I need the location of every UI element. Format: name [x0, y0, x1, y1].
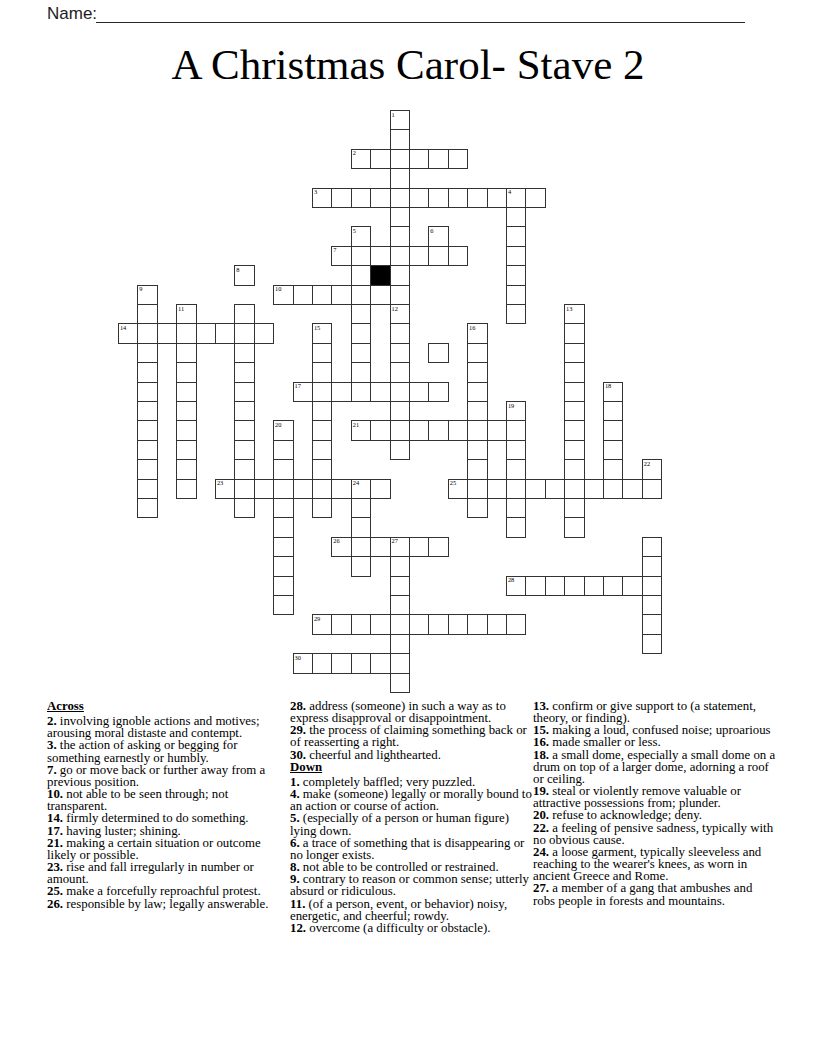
grid-cell[interactable]: 1	[390, 110, 410, 130]
grid-cell[interactable]: 4	[506, 188, 526, 208]
grid-cell[interactable]	[506, 226, 526, 246]
clue-across-2: 2. involving ignoble actions and motives…	[47, 715, 290, 739]
grid-cell[interactable]	[370, 382, 390, 402]
grid-cell[interactable]	[506, 459, 526, 479]
grid-cell[interactable]	[312, 653, 332, 673]
clues-column-1: Across 2. involving ignoble actions and …	[47, 700, 290, 910]
grid-cell[interactable]	[467, 498, 487, 518]
grid-cell[interactable]	[390, 246, 410, 266]
grid-cell[interactable]	[564, 420, 584, 440]
grid-cell[interactable]	[215, 323, 235, 343]
grid-cell[interactable]	[622, 576, 642, 596]
cell-number-24: 24	[353, 479, 359, 486]
clues-column-3: 13. confirm or give support to (a statem…	[533, 700, 776, 907]
grid-cell[interactable]: 28	[506, 576, 526, 596]
grid-cell[interactable]: 30	[293, 653, 313, 673]
grid-cell[interactable]	[390, 401, 410, 421]
grid-cell[interactable]	[312, 420, 332, 440]
grid-cell[interactable]	[390, 188, 410, 208]
grid-cell[interactable]	[390, 595, 410, 615]
grid-cell[interactable]: 27	[390, 537, 410, 557]
grid-cell[interactable]	[254, 479, 274, 499]
grid-cell[interactable]	[370, 420, 390, 440]
grid-cell[interactable]	[331, 188, 351, 208]
grid-cell[interactable]	[370, 653, 390, 673]
grid-cell[interactable]	[176, 382, 196, 402]
grid-cell[interactable]	[137, 498, 157, 518]
grid-cell[interactable]	[234, 459, 254, 479]
grid-cell[interactable]	[390, 673, 410, 693]
clue-across-3: 3. the action of asking or begging for s…	[47, 739, 290, 763]
grid-cell[interactable]: 18	[603, 382, 623, 402]
grid-cell[interactable]	[196, 323, 216, 343]
grid-cell[interactable]	[390, 634, 410, 654]
cell-number-20: 20	[275, 421, 281, 428]
clue-across-29: 29. the process of claiming something ba…	[290, 724, 537, 748]
grid-cell[interactable]: 2	[351, 149, 371, 169]
clue-across-28: 28. address (someone) in such a way as t…	[290, 700, 537, 724]
grid-cell[interactable]	[137, 343, 157, 363]
clue-down-27: 27. a member of a gang that ambushes and…	[533, 882, 776, 906]
grid-cell[interactable]	[506, 614, 526, 634]
clue-across-23: 23. rise and fall irregularly in number …	[47, 861, 290, 885]
cell-number-30: 30	[294, 654, 300, 661]
grid-cell[interactable]	[137, 304, 157, 324]
grid-cell[interactable]	[506, 265, 526, 285]
cell-number-19: 19	[508, 402, 514, 409]
grid-cell[interactable]	[564, 576, 584, 596]
grid-cell[interactable]: 21	[351, 420, 371, 440]
grid-cell[interactable]	[428, 382, 448, 402]
grid-cell[interactable]	[390, 362, 410, 382]
grid-cell[interactable]	[506, 304, 526, 324]
cell-number-18: 18	[605, 382, 611, 389]
grid-cell[interactable]	[137, 323, 157, 343]
black-cell	[370, 265, 390, 285]
clue-across-10: 10. not able to be seen through; not tra…	[47, 788, 290, 812]
cell-number-25: 25	[450, 479, 456, 486]
grid-cell[interactable]	[351, 285, 371, 305]
cell-number-9: 9	[139, 285, 142, 292]
cell-number-3: 3	[314, 188, 317, 195]
grid-cell[interactable]	[603, 459, 623, 479]
grid-cell[interactable]	[176, 401, 196, 421]
grid-cell[interactable]	[642, 576, 662, 596]
grid-cell[interactable]	[584, 479, 604, 499]
clue-down-20: 20. refuse to acknowledge; deny.	[533, 809, 776, 821]
grid-cell[interactable]	[312, 479, 332, 499]
grid-cell[interactable]: 16	[467, 323, 487, 343]
grid-cell[interactable]	[176, 440, 196, 460]
grid-cell[interactable]	[312, 401, 332, 421]
grid-cell[interactable]	[603, 401, 623, 421]
grid-cell[interactable]	[254, 323, 274, 343]
grid-cell[interactable]: 9	[137, 285, 157, 305]
grid-cell[interactable]	[312, 382, 332, 402]
grid-cell[interactable]	[428, 343, 448, 363]
grid-cell[interactable]	[390, 226, 410, 246]
cell-number-10: 10	[275, 285, 281, 292]
down-clues-list-1: 1. completely baffled; very puzzled.4. m…	[290, 776, 537, 934]
grid-cell[interactable]	[428, 614, 448, 634]
grid-cell[interactable]: 11	[176, 304, 196, 324]
clue-down-19: 19. steal or violently remove valuable o…	[533, 785, 776, 809]
grid-cell[interactable]	[312, 285, 332, 305]
grid-cell[interactable]	[370, 149, 390, 169]
clue-down-22: 22. a feeling of pensive sadness, typica…	[533, 822, 776, 846]
grid-cell[interactable]	[525, 576, 545, 596]
grid-cell[interactable]: 5	[351, 226, 371, 246]
grid-cell[interactable]	[564, 479, 584, 499]
cell-number-14: 14	[120, 324, 126, 331]
grid-cell[interactable]	[603, 479, 623, 499]
grid-cell[interactable]	[370, 285, 390, 305]
grid-cell[interactable]: 13	[564, 304, 584, 324]
grid-cell[interactable]	[273, 459, 293, 479]
grid-cell[interactable]: 8	[234, 265, 254, 285]
grid-cell[interactable]	[312, 362, 332, 382]
clue-down-24: 24. a loose garment, typically sleeveles…	[533, 846, 776, 882]
grid-cell[interactable]	[351, 653, 371, 673]
clue-down-16: 16. made smaller or less.	[533, 736, 776, 748]
grid-cell[interactable]	[234, 343, 254, 363]
cell-number-5: 5	[353, 227, 356, 234]
cell-number-6: 6	[430, 227, 433, 234]
grid-cell[interactable]	[137, 382, 157, 402]
grid-cell[interactable]: 25	[448, 479, 468, 499]
grid-cell[interactable]: 3	[312, 188, 332, 208]
grid-cell[interactable]	[448, 614, 468, 634]
grid-cell[interactable]: 6	[428, 226, 448, 246]
cell-number-12: 12	[391, 305, 397, 312]
grid-cell[interactable]	[390, 576, 410, 596]
grid-cell[interactable]	[564, 440, 584, 460]
grid-cell[interactable]	[370, 479, 390, 499]
down-header: Down	[290, 761, 537, 773]
name-label: Name:	[47, 4, 97, 24]
grid-cell[interactable]: 29	[312, 614, 332, 634]
grid-cell[interactable]: 10	[273, 285, 293, 305]
grid-cell[interactable]	[448, 246, 468, 266]
grid-cell[interactable]	[642, 479, 662, 499]
grid-cell[interactable]	[331, 653, 351, 673]
across-clues-list-1: 2. involving ignoble actions and motives…	[47, 715, 290, 910]
grid-cell[interactable]	[370, 537, 390, 557]
grid-cell[interactable]	[351, 498, 371, 518]
clue-down-13: 13. confirm or give support to (a statem…	[533, 700, 776, 724]
grid-cell[interactable]	[487, 479, 507, 499]
grid-cell[interactable]	[409, 537, 429, 557]
grid-cell[interactable]	[390, 343, 410, 363]
grid-cell[interactable]	[506, 440, 526, 460]
cell-number-4: 4	[508, 188, 511, 195]
grid-cell[interactable]	[273, 498, 293, 518]
grid-cell[interactable]	[176, 323, 196, 343]
grid-cell[interactable]	[234, 420, 254, 440]
grid-cell[interactable]	[351, 343, 371, 363]
clue-across-21: 21. making a certain situation or outcom…	[47, 837, 290, 861]
grid-cell[interactable]: 19	[506, 401, 526, 421]
grid-cell[interactable]	[273, 537, 293, 557]
grid-cell[interactable]	[273, 517, 293, 537]
grid-cell[interactable]	[176, 362, 196, 382]
grid-cell[interactable]	[157, 323, 177, 343]
grid-cell[interactable]	[428, 246, 448, 266]
grid-cell[interactable]	[234, 401, 254, 421]
grid-cell[interactable]	[331, 614, 351, 634]
grid-cell[interactable]	[351, 556, 371, 576]
clue-across-26: 26. responsible by law; legally answerab…	[47, 898, 290, 910]
grid-cell[interactable]	[390, 323, 410, 343]
grid-cell[interactable]	[525, 188, 545, 208]
grid-cell[interactable]	[312, 343, 332, 363]
grid-cell[interactable]: 24	[351, 479, 371, 499]
grid-cell[interactable]	[428, 188, 448, 208]
clue-down-6: 6. a trace of something that is disappea…	[290, 837, 537, 861]
clue-down-11: 11. (of a person, event, or behavior) no…	[290, 898, 537, 922]
name-fill-line[interactable]	[96, 2, 745, 23]
grid-cell[interactable]: 12	[390, 304, 410, 324]
grid-cell[interactable]	[467, 459, 487, 479]
grid-cell[interactable]	[487, 614, 507, 634]
grid-cell[interactable]	[351, 323, 371, 343]
clue-across-30: 30. cheerful and lighthearted.	[290, 749, 537, 761]
grid-cell[interactable]	[506, 498, 526, 518]
cell-number-8: 8	[236, 266, 239, 273]
clue-down-4: 4. make (someone) legally or morally bou…	[290, 788, 537, 812]
grid-cell[interactable]	[409, 149, 429, 169]
grid-cell[interactable]	[390, 653, 410, 673]
grid-cell[interactable]	[545, 576, 565, 596]
grid-cell[interactable]	[176, 420, 196, 440]
grid-cell[interactable]	[564, 498, 584, 518]
grid-cell[interactable]	[642, 614, 662, 634]
grid-cell[interactable]	[234, 440, 254, 460]
grid-cell[interactable]	[273, 479, 293, 499]
grid-cell[interactable]	[467, 420, 487, 440]
grid-cell[interactable]	[137, 420, 157, 440]
grid-cell[interactable]	[467, 343, 487, 363]
grid-cell[interactable]: 17	[293, 382, 313, 402]
clue-down-5: 5. (especially of a person or human figu…	[290, 812, 537, 836]
grid-cell[interactable]: 20	[273, 420, 293, 440]
grid-cell[interactable]	[642, 634, 662, 654]
grid-cell[interactable]	[603, 576, 623, 596]
grid-cell[interactable]	[273, 595, 293, 615]
grid-cell[interactable]	[409, 420, 429, 440]
grid-cell[interactable]	[448, 420, 468, 440]
grid-cell[interactable]	[234, 479, 254, 499]
grid-cell[interactable]	[390, 382, 410, 402]
grid-cell[interactable]: 23	[215, 479, 235, 499]
grid-cell[interactable]	[351, 537, 371, 557]
grid-cell[interactable]	[176, 459, 196, 479]
grid-cell[interactable]	[448, 149, 468, 169]
grid-cell[interactable]: 22	[642, 459, 662, 479]
grid-cell[interactable]: 14	[118, 323, 138, 343]
across-header: Across	[47, 700, 290, 712]
grid-cell[interactable]	[409, 246, 429, 266]
grid-cell[interactable]: 15	[312, 323, 332, 343]
cell-number-1: 1	[391, 111, 394, 118]
grid-cell[interactable]	[506, 420, 526, 440]
grid-cell[interactable]	[467, 479, 487, 499]
grid-cell[interactable]	[564, 401, 584, 421]
grid-cell[interactable]	[351, 362, 371, 382]
grid-cell[interactable]	[467, 188, 487, 208]
grid-cell[interactable]	[506, 479, 526, 499]
grid-cell[interactable]	[176, 343, 196, 363]
clues-column-2: 28. address (someone) in such a way as t…	[290, 700, 537, 934]
cell-number-27: 27	[391, 537, 397, 544]
grid-cell[interactable]	[467, 362, 487, 382]
grid-cell[interactable]	[312, 440, 332, 460]
grid-cell[interactable]	[137, 459, 157, 479]
grid-cell[interactable]	[273, 440, 293, 460]
grid-cell[interactable]: 26	[331, 537, 351, 557]
grid-cell[interactable]	[351, 517, 371, 537]
grid-cell[interactable]	[370, 246, 390, 266]
grid-cell[interactable]	[312, 459, 332, 479]
grid-cell[interactable]	[390, 614, 410, 634]
grid-cell[interactable]	[545, 479, 565, 499]
grid-cell[interactable]	[428, 420, 448, 440]
cell-number-21: 21	[353, 421, 359, 428]
worksheet-page: Name: A Christmas Carol- Stave 2 1234567…	[0, 0, 816, 1056]
grid-cell[interactable]	[351, 382, 371, 402]
grid-cell[interactable]	[642, 537, 662, 557]
grid-cell[interactable]	[351, 246, 371, 266]
grid-cell[interactable]	[273, 576, 293, 596]
grid-cell[interactable]	[409, 188, 429, 208]
grid-cell[interactable]	[351, 614, 371, 634]
grid-cell[interactable]	[564, 323, 584, 343]
grid-cell[interactable]	[467, 440, 487, 460]
grid-cell[interactable]	[564, 343, 584, 363]
grid-cell[interactable]	[642, 556, 662, 576]
grid-cell[interactable]	[390, 265, 410, 285]
cell-number-16: 16	[469, 324, 475, 331]
cell-number-23: 23	[217, 479, 223, 486]
grid-cell[interactable]	[467, 382, 487, 402]
grid-cell[interactable]	[448, 188, 468, 208]
grid-cell[interactable]	[351, 304, 371, 324]
grid-cell[interactable]	[234, 304, 254, 324]
crossword-grid: 1234567891011121314151617181920212223242…	[118, 110, 663, 693]
grid-cell[interactable]	[234, 323, 254, 343]
grid-cell[interactable]	[564, 362, 584, 382]
grid-cell[interactable]	[603, 420, 623, 440]
cell-number-22: 22	[644, 460, 650, 467]
grid-cell[interactable]	[370, 614, 390, 634]
grid-cell[interactable]	[176, 479, 196, 499]
grid-cell[interactable]	[293, 285, 313, 305]
cell-number-29: 29	[314, 615, 320, 622]
grid-cell[interactable]	[564, 382, 584, 402]
grid-cell[interactable]	[390, 168, 410, 188]
cell-number-17: 17	[294, 382, 300, 389]
clue-down-18: 18. a small dome, especially a small dom…	[533, 749, 776, 785]
grid-cell[interactable]	[390, 285, 410, 305]
cell-number-26: 26	[333, 537, 339, 544]
puzzle-title: A Christmas Carol- Stave 2	[0, 40, 816, 89]
grid-cell[interactable]	[564, 517, 584, 537]
grid-cell[interactable]	[312, 498, 332, 518]
clue-across-17: 17. having luster; shining.	[47, 825, 290, 837]
grid-cell[interactable]	[331, 382, 351, 402]
cell-number-28: 28	[508, 576, 514, 583]
grid-cell[interactable]	[273, 556, 293, 576]
grid-cell[interactable]	[487, 420, 507, 440]
grid-cell[interactable]	[603, 440, 623, 460]
cell-number-2: 2	[353, 149, 356, 156]
cell-number-7: 7	[333, 246, 336, 253]
grid-cell[interactable]	[137, 479, 157, 499]
grid-cell[interactable]	[506, 285, 526, 305]
grid-cell[interactable]	[293, 479, 313, 499]
grid-cell[interactable]	[564, 459, 584, 479]
grid-cell[interactable]	[390, 556, 410, 576]
across-clues-list-2: 28. address (someone) in such a way as t…	[290, 700, 537, 761]
grid-cell[interactable]	[487, 188, 507, 208]
grid-cell[interactable]: 7	[331, 246, 351, 266]
grid-cell[interactable]	[351, 188, 371, 208]
grid-cell[interactable]	[331, 285, 351, 305]
cell-number-15: 15	[314, 324, 320, 331]
grid-cell[interactable]	[467, 401, 487, 421]
grid-cell[interactable]	[370, 188, 390, 208]
clue-down-9: 9. contrary to reason or common sense; u…	[290, 873, 537, 897]
cell-number-11: 11	[178, 305, 184, 312]
grid-cell[interactable]	[137, 401, 157, 421]
grid-cell[interactable]	[506, 517, 526, 537]
grid-cell[interactable]	[428, 149, 448, 169]
grid-cell[interactable]	[137, 362, 157, 382]
clue-across-25: 25. make a forcefully reproachful protes…	[47, 885, 290, 897]
clue-across-14: 14. firmly determined to do something.	[47, 812, 290, 824]
grid-cell[interactable]	[331, 479, 351, 499]
grid-cell[interactable]	[351, 265, 371, 285]
grid-cell[interactable]	[467, 614, 487, 634]
grid-cell[interactable]	[409, 614, 429, 634]
grid-cell[interactable]	[390, 129, 410, 149]
grid-cell[interactable]	[234, 362, 254, 382]
down-clues-list-2: 13. confirm or give support to (a statem…	[533, 700, 776, 907]
grid-cell[interactable]	[234, 382, 254, 402]
clue-across-7: 7. go or move back or further away from …	[47, 764, 290, 788]
clue-down-12: 12. overcome (a difficulty or obstacle).	[290, 922, 537, 934]
grid-cell[interactable]	[409, 382, 429, 402]
grid-cell[interactable]	[428, 537, 448, 557]
grid-cell[interactable]	[390, 420, 410, 440]
grid-cell[interactable]	[137, 440, 157, 460]
grid-cell[interactable]	[390, 440, 410, 460]
grid-cell[interactable]	[506, 246, 526, 266]
grid-cell[interactable]	[642, 595, 662, 615]
grid-cell[interactable]	[506, 207, 526, 227]
cell-number-13: 13	[566, 305, 572, 312]
grid-cell[interactable]	[584, 576, 604, 596]
grid-cell[interactable]	[525, 479, 545, 499]
grid-cell[interactable]	[234, 498, 254, 518]
grid-cell[interactable]	[390, 207, 410, 227]
grid-cell[interactable]	[622, 479, 642, 499]
grid-cell[interactable]	[390, 149, 410, 169]
